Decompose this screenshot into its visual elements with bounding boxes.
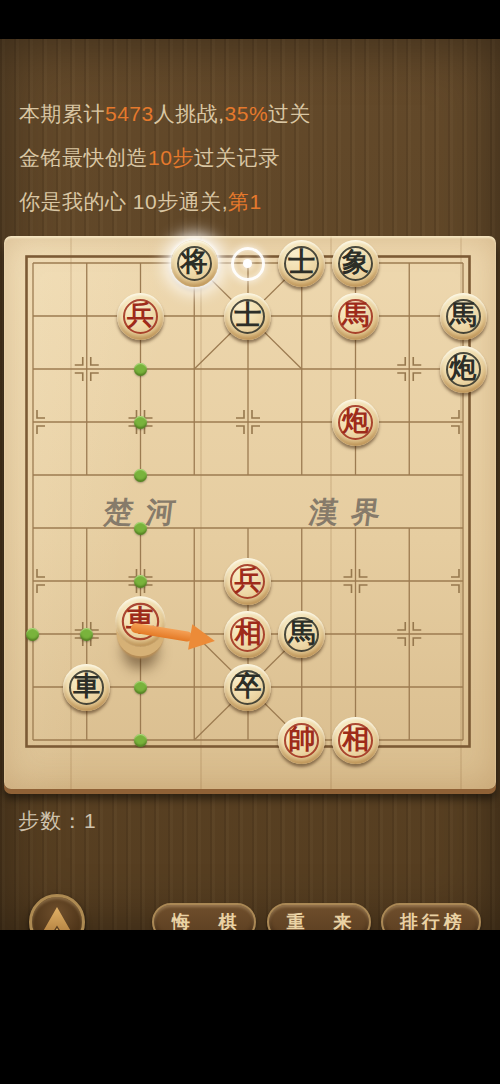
- move-dot[interactable]: [134, 416, 147, 429]
- red-general[interactable]: 帥: [278, 717, 325, 764]
- black-advisor[interactable]: 士: [224, 293, 271, 340]
- steps-counter: 步数：1: [18, 807, 97, 835]
- red-elephant[interactable]: 相: [332, 717, 379, 764]
- piece-character: 帥: [288, 726, 315, 753]
- move-dot[interactable]: [80, 628, 93, 641]
- move-dot[interactable]: [134, 734, 147, 747]
- red-soldier[interactable]: 兵: [117, 293, 164, 340]
- hint-arrow-shaft: [130, 622, 193, 642]
- red-cannon[interactable]: 炮: [332, 399, 379, 446]
- piece-character: 馬: [450, 302, 477, 329]
- piece-character: 士: [234, 302, 261, 329]
- android-nav-bar: Bai du 经验 jingyan.baidu.com: [0, 930, 500, 1084]
- header-line-top-player: 你是我的心 10步通关,第1: [19, 180, 311, 224]
- piece-character: 炮: [342, 408, 369, 435]
- piece-character: 兵: [127, 302, 154, 329]
- piece-character: 相: [234, 620, 261, 647]
- challenge-stats-header: 本期累计5473人挑战,35%过关 金铭最快创造10步过关记录 你是我的心 10…: [19, 92, 311, 224]
- move-from-marker: [231, 247, 265, 281]
- black-horse[interactable]: 馬: [440, 293, 487, 340]
- piece-character: 卒: [234, 673, 261, 700]
- app-background: 本期累计5473人挑战,35%过关 金铭最快创造10步过关记录 你是我的心 10…: [0, 39, 500, 930]
- black-chariot[interactable]: 車: [63, 664, 110, 711]
- steps-label: 步数：: [18, 809, 84, 832]
- black-soldier[interactable]: 卒: [224, 664, 271, 711]
- hint-arrow-head: [187, 624, 216, 654]
- red-horse[interactable]: 馬: [332, 293, 379, 340]
- piece-character: 車: [73, 673, 100, 700]
- black-horse[interactable]: 馬: [278, 611, 325, 658]
- header-line-record: 金铭最快创造10步过关记录: [19, 136, 311, 180]
- xiangqi-board-panel: 楚河 漢界 将士象兵士馬馬炮炮兵車相馬車卒帥相: [4, 236, 496, 789]
- black-elephant[interactable]: 象: [332, 240, 379, 287]
- red-soldier[interactable]: 兵: [224, 558, 271, 605]
- red-elephant[interactable]: 相: [224, 611, 271, 658]
- move-dot[interactable]: [134, 363, 147, 376]
- piece-character: 士: [288, 249, 315, 276]
- move-dot[interactable]: [134, 681, 147, 694]
- piece-character: 相: [342, 726, 369, 753]
- piece-character: 馬: [288, 620, 315, 647]
- move-dot[interactable]: [134, 522, 147, 535]
- move-dot[interactable]: [134, 575, 147, 588]
- status-bar: [0, 0, 500, 39]
- piece-character: 将: [181, 249, 208, 276]
- black-general[interactable]: 将: [171, 240, 218, 287]
- piece-character: 兵: [234, 567, 261, 594]
- move-dot[interactable]: [26, 628, 39, 641]
- board-points-grid: 将士象兵士馬馬炮炮兵車相馬車卒帥相: [6, 237, 490, 767]
- black-advisor[interactable]: 士: [278, 240, 325, 287]
- move-dot[interactable]: [134, 469, 147, 482]
- steps-value: 1: [84, 809, 97, 832]
- header-line-participants: 本期累计5473人挑战,35%过关: [19, 92, 311, 136]
- piece-character: 象: [342, 249, 369, 276]
- piece-character: 馬: [342, 302, 369, 329]
- piece-character: 炮: [450, 355, 477, 382]
- black-cannon[interactable]: 炮: [440, 346, 487, 393]
